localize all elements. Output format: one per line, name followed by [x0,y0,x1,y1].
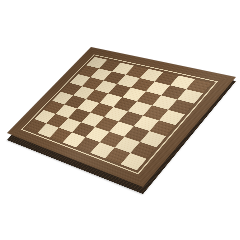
photo-stage [0,0,240,240]
chessboard [7,47,236,187]
